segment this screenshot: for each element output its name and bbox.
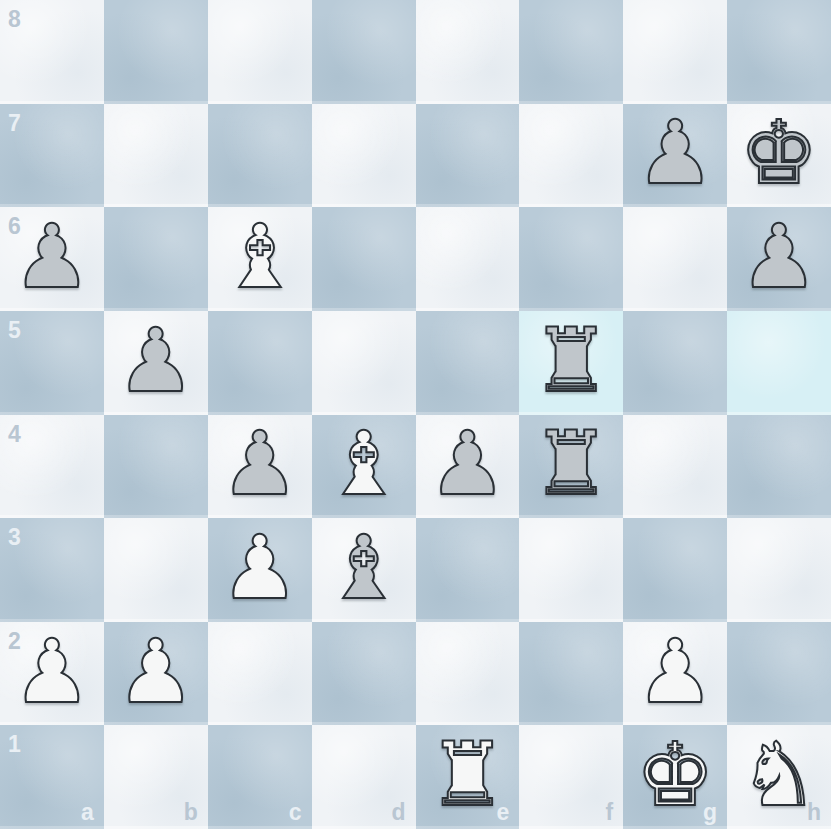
black-pawn[interactable]: ♟ [116, 317, 195, 405]
square-d2[interactable] [312, 622, 416, 726]
square-c6[interactable]: ♝ [208, 207, 312, 311]
square-a7[interactable]: 7 [0, 104, 104, 208]
white-king[interactable]: ♚ [636, 731, 715, 819]
square-g7[interactable]: ♟ [623, 104, 727, 208]
square-c4[interactable]: ♟ [208, 415, 312, 519]
square-g2[interactable]: ♟ [623, 622, 727, 726]
square-g5[interactable] [623, 311, 727, 415]
rank-label-7: 7 [8, 110, 21, 137]
square-a1[interactable]: 1a [0, 725, 104, 829]
chess-board: 87♟♚6♟♝♟5♟♜4♟♝♟♜3♟♝2♟♟♟1abcde♜fg♚h♞ [0, 0, 831, 829]
square-f7[interactable] [519, 104, 623, 208]
square-h5[interactable] [727, 311, 831, 415]
square-d5[interactable] [312, 311, 416, 415]
square-f1[interactable]: f [519, 725, 623, 829]
square-g1[interactable]: g♚ [623, 725, 727, 829]
file-label-a: a [81, 799, 94, 826]
square-e8[interactable] [416, 0, 520, 104]
square-b5[interactable]: ♟ [104, 311, 208, 415]
square-h3[interactable] [727, 518, 831, 622]
square-a6[interactable]: 6♟ [0, 207, 104, 311]
square-c2[interactable] [208, 622, 312, 726]
black-rook[interactable]: ♜ [532, 317, 611, 405]
black-pawn[interactable]: ♟ [12, 213, 91, 301]
square-b3[interactable] [104, 518, 208, 622]
square-g3[interactable] [623, 518, 727, 622]
white-pawn[interactable]: ♟ [220, 524, 299, 612]
square-a8[interactable]: 8 [0, 0, 104, 104]
chess-board-container: 87♟♚6♟♝♟5♟♜4♟♝♟♜3♟♝2♟♟♟1abcde♜fg♚h♞ [0, 0, 831, 829]
square-b7[interactable] [104, 104, 208, 208]
file-label-b: b [184, 799, 198, 826]
square-e5[interactable] [416, 311, 520, 415]
square-f5[interactable]: ♜ [519, 311, 623, 415]
black-pawn[interactable]: ♟ [428, 420, 507, 508]
black-bishop[interactable]: ♝ [324, 524, 403, 612]
square-h1[interactable]: h♞ [727, 725, 831, 829]
square-d1[interactable]: d [312, 725, 416, 829]
square-h4[interactable] [727, 415, 831, 519]
rank-label-3: 3 [8, 524, 21, 551]
rank-label-5: 5 [8, 317, 21, 344]
square-c1[interactable]: c [208, 725, 312, 829]
square-c3[interactable]: ♟ [208, 518, 312, 622]
square-f6[interactable] [519, 207, 623, 311]
square-g4[interactable] [623, 415, 727, 519]
rank-label-1: 1 [8, 731, 21, 758]
white-pawn[interactable]: ♟ [636, 628, 715, 716]
square-c7[interactable] [208, 104, 312, 208]
black-pawn[interactable]: ♟ [220, 420, 299, 508]
square-b1[interactable]: b [104, 725, 208, 829]
square-f3[interactable] [519, 518, 623, 622]
square-d4[interactable]: ♝ [312, 415, 416, 519]
white-bishop[interactable]: ♝ [324, 420, 403, 508]
file-label-f: f [606, 799, 614, 826]
file-label-c: c [289, 799, 302, 826]
white-pawn[interactable]: ♟ [12, 628, 91, 716]
square-a3[interactable]: 3 [0, 518, 104, 622]
file-label-d: d [391, 799, 405, 826]
square-h6[interactable]: ♟ [727, 207, 831, 311]
square-a2[interactable]: 2♟ [0, 622, 104, 726]
white-knight[interactable]: ♞ [740, 731, 819, 819]
square-e7[interactable] [416, 104, 520, 208]
square-e1[interactable]: e♜ [416, 725, 520, 829]
square-e3[interactable] [416, 518, 520, 622]
square-f4[interactable]: ♜ [519, 415, 623, 519]
square-a4[interactable]: 4 [0, 415, 104, 519]
square-b8[interactable] [104, 0, 208, 104]
white-rook[interactable]: ♜ [428, 731, 507, 819]
black-king[interactable]: ♚ [740, 109, 819, 197]
square-g8[interactable] [623, 0, 727, 104]
rank-label-8: 8 [8, 6, 21, 33]
square-b2[interactable]: ♟ [104, 622, 208, 726]
black-rook[interactable]: ♜ [532, 420, 611, 508]
square-d6[interactable] [312, 207, 416, 311]
white-bishop[interactable]: ♝ [220, 213, 299, 301]
square-c5[interactable] [208, 311, 312, 415]
square-b6[interactable] [104, 207, 208, 311]
square-e6[interactable] [416, 207, 520, 311]
square-f8[interactable] [519, 0, 623, 104]
square-f2[interactable] [519, 622, 623, 726]
square-d7[interactable] [312, 104, 416, 208]
square-a5[interactable]: 5 [0, 311, 104, 415]
square-d8[interactable] [312, 0, 416, 104]
square-b4[interactable] [104, 415, 208, 519]
square-h8[interactable] [727, 0, 831, 104]
black-pawn[interactable]: ♟ [740, 213, 819, 301]
rank-label-4: 4 [8, 421, 21, 448]
square-h2[interactable] [727, 622, 831, 726]
square-e2[interactable] [416, 622, 520, 726]
black-pawn[interactable]: ♟ [636, 109, 715, 197]
square-h7[interactable]: ♚ [727, 104, 831, 208]
square-c8[interactable] [208, 0, 312, 104]
square-e4[interactable]: ♟ [416, 415, 520, 519]
square-d3[interactable]: ♝ [312, 518, 416, 622]
white-pawn[interactable]: ♟ [116, 628, 195, 716]
square-g6[interactable] [623, 207, 727, 311]
